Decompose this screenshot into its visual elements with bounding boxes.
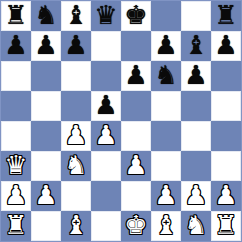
chess-board: ♜♞♝♛♚♜♟♟♟♟♝♟♟♞♟♟♟♟♛♞♟♟♟♟♟♟♜♝♚♝♞♜ [0,0,242,242]
square-e6[interactable]: ♟ [121,61,151,91]
square-d2[interactable] [91,181,121,211]
square-g7[interactable]: ♝ [181,31,211,61]
black-queen-piece[interactable]: ♛ [94,2,117,28]
black-knight-piece[interactable]: ♞ [34,2,57,28]
square-g5[interactable] [181,91,211,121]
square-c4[interactable]: ♟ [61,121,91,151]
square-e8[interactable]: ♚ [121,1,151,31]
black-rook-piece[interactable]: ♜ [214,2,237,28]
square-a4[interactable] [1,121,31,151]
square-a5[interactable] [1,91,31,121]
white-pawn-piece[interactable]: ♟ [94,122,117,148]
square-c6[interactable] [61,61,91,91]
white-pawn-piece[interactable]: ♟ [214,182,237,208]
black-pawn-piece[interactable]: ♟ [64,32,87,58]
black-pawn-piece[interactable]: ♟ [214,32,237,58]
square-d3[interactable] [91,151,121,181]
square-f1[interactable]: ♝ [151,211,181,241]
square-e3[interactable]: ♟ [121,151,151,181]
square-d7[interactable] [91,31,121,61]
square-h3[interactable] [211,151,241,181]
square-e5[interactable] [121,91,151,121]
square-b6[interactable] [31,61,61,91]
white-pawn-piece[interactable]: ♟ [34,182,57,208]
white-knight-piece[interactable]: ♞ [184,212,207,238]
square-h1[interactable]: ♜ [211,211,241,241]
black-king-piece[interactable]: ♚ [124,2,147,28]
black-pawn-piece[interactable]: ♟ [94,92,117,118]
square-a8[interactable]: ♜ [1,1,31,31]
white-bishop-piece[interactable]: ♝ [64,212,87,238]
square-b3[interactable] [31,151,61,181]
white-pawn-piece[interactable]: ♟ [154,182,177,208]
square-d5[interactable]: ♟ [91,91,121,121]
white-knight-piece[interactable]: ♞ [64,152,87,178]
black-pawn-piece[interactable]: ♟ [154,32,177,58]
square-b5[interactable] [31,91,61,121]
black-bishop-piece[interactable]: ♝ [64,2,87,28]
square-a7[interactable]: ♟ [1,31,31,61]
white-pawn-piece[interactable]: ♟ [124,152,147,178]
square-a1[interactable]: ♜ [1,211,31,241]
square-f5[interactable] [151,91,181,121]
square-f8[interactable] [151,1,181,31]
white-pawn-piece[interactable]: ♟ [64,122,87,148]
black-pawn-piece[interactable]: ♟ [124,62,147,88]
black-pawn-piece[interactable]: ♟ [184,62,207,88]
square-h7[interactable]: ♟ [211,31,241,61]
square-c2[interactable] [61,181,91,211]
black-rook-piece[interactable]: ♜ [4,2,27,28]
square-f7[interactable]: ♟ [151,31,181,61]
white-rook-piece[interactable]: ♜ [4,212,27,238]
white-pawn-piece[interactable]: ♟ [184,182,207,208]
square-e4[interactable] [121,121,151,151]
black-pawn-piece[interactable]: ♟ [4,32,27,58]
black-pawn-piece[interactable]: ♟ [34,32,57,58]
square-b7[interactable]: ♟ [31,31,61,61]
square-g6[interactable]: ♟ [181,61,211,91]
white-queen-piece[interactable]: ♛ [4,152,27,178]
white-rook-piece[interactable]: ♜ [214,212,237,238]
square-b8[interactable]: ♞ [31,1,61,31]
black-bishop-piece[interactable]: ♝ [184,32,207,58]
square-d1[interactable] [91,211,121,241]
square-d8[interactable]: ♛ [91,1,121,31]
square-f3[interactable] [151,151,181,181]
square-g2[interactable]: ♟ [181,181,211,211]
square-f6[interactable]: ♞ [151,61,181,91]
square-a2[interactable]: ♟ [1,181,31,211]
white-pawn-piece[interactable]: ♟ [4,182,27,208]
square-h8[interactable]: ♜ [211,1,241,31]
square-a3[interactable]: ♛ [1,151,31,181]
white-king-piece[interactable]: ♚ [124,212,147,238]
square-e1[interactable]: ♚ [121,211,151,241]
square-c1[interactable]: ♝ [61,211,91,241]
square-b4[interactable] [31,121,61,151]
square-c8[interactable]: ♝ [61,1,91,31]
square-h4[interactable] [211,121,241,151]
square-b1[interactable] [31,211,61,241]
square-f4[interactable] [151,121,181,151]
square-g1[interactable]: ♞ [181,211,211,241]
square-d4[interactable]: ♟ [91,121,121,151]
square-g8[interactable] [181,1,211,31]
square-h5[interactable] [211,91,241,121]
white-bishop-piece[interactable]: ♝ [154,212,177,238]
square-e7[interactable] [121,31,151,61]
square-g4[interactable] [181,121,211,151]
square-c7[interactable]: ♟ [61,31,91,61]
square-a6[interactable] [1,61,31,91]
black-knight-piece[interactable]: ♞ [154,62,177,88]
square-g3[interactable] [181,151,211,181]
square-e2[interactable] [121,181,151,211]
square-h2[interactable]: ♟ [211,181,241,211]
square-c5[interactable] [61,91,91,121]
square-c3[interactable]: ♞ [61,151,91,181]
square-h6[interactable] [211,61,241,91]
square-b2[interactable]: ♟ [31,181,61,211]
square-f2[interactable]: ♟ [151,181,181,211]
square-d6[interactable] [91,61,121,91]
